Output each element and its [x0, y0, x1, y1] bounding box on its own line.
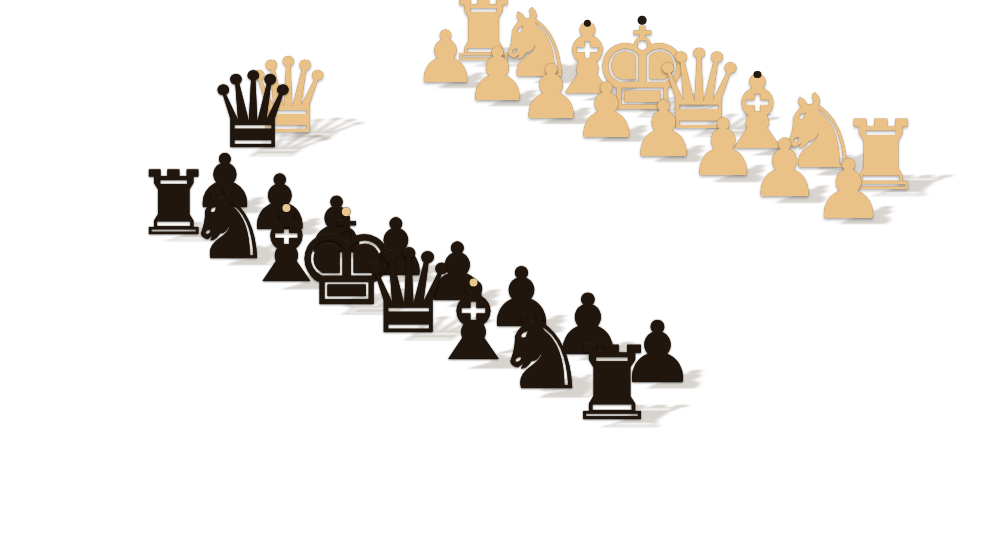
contrasting-finial [342, 207, 351, 216]
contrasting-finial [283, 204, 291, 212]
chess-set-product-photo: ♜♜♞♞♝♝♛♛♚♚♝♝♞♞♜♜♟♟♟♟♟♟♟♟♟♟♟♟♟♟♟♟♟♟♟♟♟♟♟♟… [0, 0, 1000, 543]
rook-glyph-icon: ♜ [566, 333, 657, 435]
piece-white-pawn[interactable]: ♟♟ [749, 129, 821, 209]
pawn-glyph-icon: ♟ [812, 149, 886, 231]
pawn-glyph-icon: ♟ [749, 129, 821, 209]
contrasting-finial [754, 71, 762, 79]
contrasting-finial [638, 16, 647, 25]
piece-white-pawn[interactable]: ♟♟ [812, 149, 886, 231]
piece-black-rook[interactable]: ♜♜ [566, 333, 657, 435]
